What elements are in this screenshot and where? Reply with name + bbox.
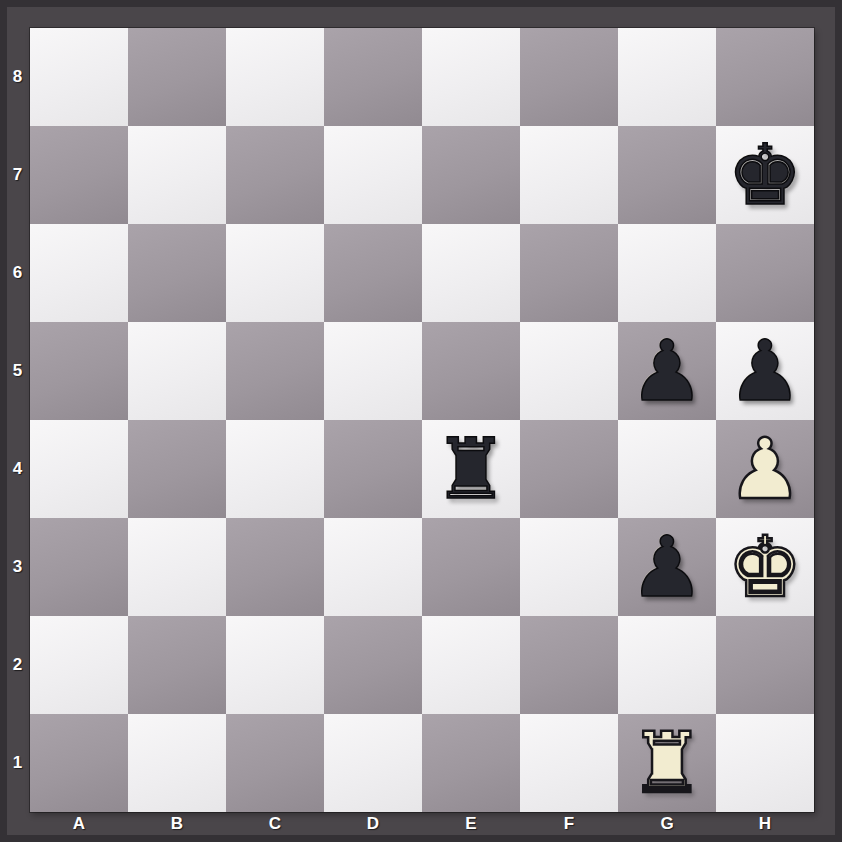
square-g6[interactable] bbox=[618, 224, 716, 322]
rank-label-7: 7 bbox=[6, 126, 29, 224]
square-b8[interactable] bbox=[128, 28, 226, 126]
black-rook[interactable]: ♜ bbox=[422, 420, 520, 518]
square-g7[interactable] bbox=[618, 126, 716, 224]
square-f8[interactable] bbox=[520, 28, 618, 126]
file-label-h: H bbox=[716, 813, 814, 835]
rank-label-6: 6 bbox=[6, 224, 29, 322]
square-d1[interactable] bbox=[324, 714, 422, 812]
square-e2[interactable] bbox=[422, 616, 520, 714]
square-g8[interactable] bbox=[618, 28, 716, 126]
square-g1[interactable]: ♜ bbox=[618, 714, 716, 812]
square-a2[interactable] bbox=[30, 616, 128, 714]
square-h7[interactable]: ♚ bbox=[716, 126, 814, 224]
square-c5[interactable] bbox=[226, 322, 324, 420]
square-b2[interactable] bbox=[128, 616, 226, 714]
square-a4[interactable] bbox=[30, 420, 128, 518]
square-h4[interactable]: ♟ bbox=[716, 420, 814, 518]
square-f2[interactable] bbox=[520, 616, 618, 714]
white-pawn[interactable]: ♟ bbox=[716, 420, 814, 518]
square-h2[interactable] bbox=[716, 616, 814, 714]
square-f1[interactable] bbox=[520, 714, 618, 812]
chess-board: ♚♟♟♜♟♟♚♜ bbox=[30, 28, 814, 812]
square-a5[interactable] bbox=[30, 322, 128, 420]
square-c2[interactable] bbox=[226, 616, 324, 714]
square-c4[interactable] bbox=[226, 420, 324, 518]
square-b3[interactable] bbox=[128, 518, 226, 616]
square-c6[interactable] bbox=[226, 224, 324, 322]
square-a7[interactable] bbox=[30, 126, 128, 224]
white-king[interactable]: ♚ bbox=[716, 518, 814, 616]
square-a6[interactable] bbox=[30, 224, 128, 322]
chess-board-window: ♚♟♟♜♟♟♚♜ 87654321 ABCDEFGH bbox=[0, 0, 842, 842]
square-d5[interactable] bbox=[324, 322, 422, 420]
square-d8[interactable] bbox=[324, 28, 422, 126]
file-label-b: B bbox=[128, 813, 226, 835]
square-c8[interactable] bbox=[226, 28, 324, 126]
square-f5[interactable] bbox=[520, 322, 618, 420]
square-b1[interactable] bbox=[128, 714, 226, 812]
square-c1[interactable] bbox=[226, 714, 324, 812]
square-g2[interactable] bbox=[618, 616, 716, 714]
square-g4[interactable] bbox=[618, 420, 716, 518]
square-c7[interactable] bbox=[226, 126, 324, 224]
square-e1[interactable] bbox=[422, 714, 520, 812]
square-d4[interactable] bbox=[324, 420, 422, 518]
square-h1[interactable] bbox=[716, 714, 814, 812]
black-pawn[interactable]: ♟ bbox=[618, 322, 716, 420]
square-a1[interactable] bbox=[30, 714, 128, 812]
square-b6[interactable] bbox=[128, 224, 226, 322]
square-h6[interactable] bbox=[716, 224, 814, 322]
rank-label-2: 2 bbox=[6, 616, 29, 714]
square-e7[interactable] bbox=[422, 126, 520, 224]
square-d3[interactable] bbox=[324, 518, 422, 616]
file-label-g: G bbox=[618, 813, 716, 835]
file-label-e: E bbox=[422, 813, 520, 835]
square-h8[interactable] bbox=[716, 28, 814, 126]
rank-label-1: 1 bbox=[6, 714, 29, 812]
white-rook[interactable]: ♜ bbox=[618, 714, 716, 812]
file-label-c: C bbox=[226, 813, 324, 835]
rank-label-5: 5 bbox=[6, 322, 29, 420]
square-e8[interactable] bbox=[422, 28, 520, 126]
file-label-f: F bbox=[520, 813, 618, 835]
square-d2[interactable] bbox=[324, 616, 422, 714]
square-h3[interactable]: ♚ bbox=[716, 518, 814, 616]
rank-label-8: 8 bbox=[6, 28, 29, 126]
square-e3[interactable] bbox=[422, 518, 520, 616]
square-d6[interactable] bbox=[324, 224, 422, 322]
square-c3[interactable] bbox=[226, 518, 324, 616]
black-pawn[interactable]: ♟ bbox=[618, 518, 716, 616]
square-f6[interactable] bbox=[520, 224, 618, 322]
square-b4[interactable] bbox=[128, 420, 226, 518]
square-f3[interactable] bbox=[520, 518, 618, 616]
square-f4[interactable] bbox=[520, 420, 618, 518]
square-b5[interactable] bbox=[128, 322, 226, 420]
file-label-a: A bbox=[30, 813, 128, 835]
black-king[interactable]: ♚ bbox=[716, 126, 814, 224]
square-e5[interactable] bbox=[422, 322, 520, 420]
file-label-d: D bbox=[324, 813, 422, 835]
rank-label-3: 3 bbox=[6, 518, 29, 616]
square-h5[interactable]: ♟ bbox=[716, 322, 814, 420]
square-a8[interactable] bbox=[30, 28, 128, 126]
square-d7[interactable] bbox=[324, 126, 422, 224]
square-e6[interactable] bbox=[422, 224, 520, 322]
square-a3[interactable] bbox=[30, 518, 128, 616]
square-b7[interactable] bbox=[128, 126, 226, 224]
square-g5[interactable]: ♟ bbox=[618, 322, 716, 420]
rank-label-4: 4 bbox=[6, 420, 29, 518]
square-g3[interactable]: ♟ bbox=[618, 518, 716, 616]
black-pawn[interactable]: ♟ bbox=[716, 322, 814, 420]
square-f7[interactable] bbox=[520, 126, 618, 224]
square-e4[interactable]: ♜ bbox=[422, 420, 520, 518]
